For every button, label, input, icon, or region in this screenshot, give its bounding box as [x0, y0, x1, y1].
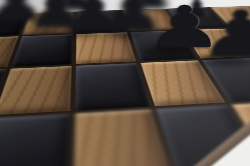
- chessboard-photo: ♟♟♟♟♟♟♟♟♟: [0, 0, 250, 166]
- black-pawn-in-focus: ♟: [146, 0, 224, 56]
- pieces-layer: ♟♟♟♟♟♟♟♟♟: [0, 0, 250, 166]
